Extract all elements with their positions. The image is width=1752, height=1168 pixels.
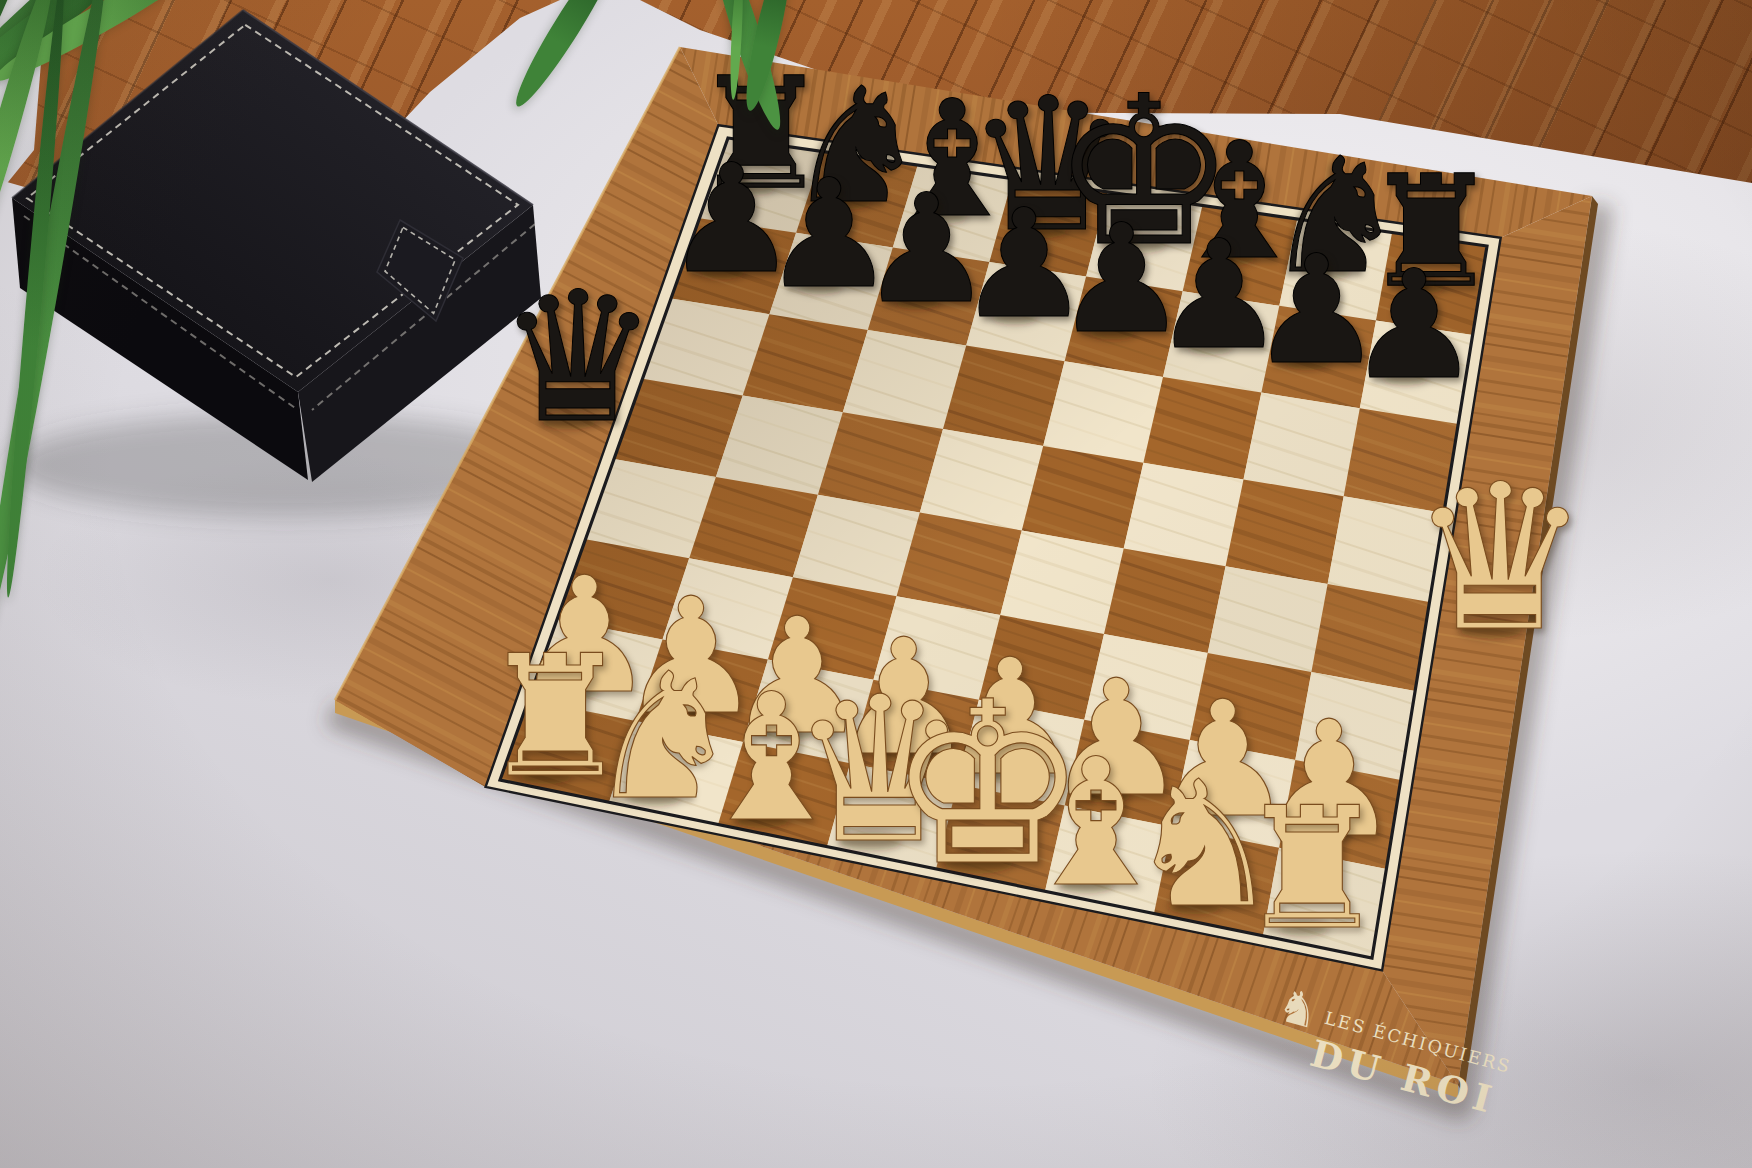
piece-white-rook-h1[interactable]: ♜ xyxy=(1237,771,1388,967)
piece-black-pawn-h7[interactable]: ♟ xyxy=(1347,238,1481,412)
black-queen-spare[interactable]: ♛ xyxy=(497,253,658,462)
scene-root: ♞LES ÉCHIQUIERSDU ROI♜♞♝♛♚♝♟♞♜♟♟♟♟♟♟♟♛♛♟… xyxy=(0,0,1752,1168)
white-queen-spare[interactable]: ♛ xyxy=(1409,440,1590,676)
chess-board: ♞LES ÉCHIQUIERSDU ROI♜♞♝♛♚♝♟♞♜♟♟♟♟♟♟♟♛♛♟… xyxy=(0,0,1752,1168)
